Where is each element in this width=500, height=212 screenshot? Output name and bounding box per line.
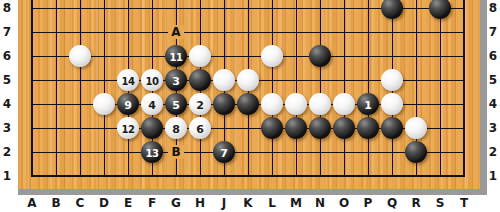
coord-label-col-R: R <box>407 196 425 210</box>
go-stone-black-J2[interactable]: 7 <box>213 141 235 163</box>
coord-label-row-5-left: 5 <box>0 73 14 87</box>
grid-line-col-L <box>272 0 273 177</box>
move-number: 7 <box>220 147 228 160</box>
grid-line-col-B <box>56 0 57 177</box>
coord-label-col-J: J <box>215 196 233 210</box>
go-stone-white-K5[interactable] <box>237 69 259 91</box>
go-stone-white-H6[interactable] <box>189 45 211 67</box>
coord-label-row-3-right: 3 <box>486 121 500 135</box>
go-stone-white-L4[interactable] <box>261 93 283 115</box>
go-stone-white-R3[interactable] <box>405 117 427 139</box>
go-stone-black-G6[interactable]: 11 <box>165 45 187 67</box>
coord-label-col-L: L <box>263 196 281 210</box>
coord-label-row-5-right: 5 <box>486 73 500 87</box>
coord-label-col-F: F <box>143 196 161 210</box>
move-number: 14 <box>122 76 135 87</box>
grid-line-row-6 <box>31 56 465 57</box>
move-number: 6 <box>196 123 204 136</box>
go-stone-black-N3[interactable] <box>309 117 331 139</box>
move-number: 3 <box>172 75 180 88</box>
coord-label-row-8-right: 8 <box>486 1 500 15</box>
coord-label-col-G: G <box>167 196 185 210</box>
move-number: 11 <box>170 52 183 63</box>
go-stone-black-G4[interactable]: 5 <box>165 93 187 115</box>
coord-label-row-7-right: 7 <box>486 25 500 39</box>
coord-label-row-1-right: 1 <box>486 169 500 183</box>
move-number: 10 <box>146 76 159 87</box>
coord-label-col-B: B <box>47 196 65 210</box>
coord-label-col-K: K <box>239 196 257 210</box>
move-number: 1 <box>364 99 372 112</box>
go-stone-black-J4[interactable] <box>213 93 235 115</box>
grid-line-row-1 <box>31 175 465 177</box>
point-marker-A: A <box>168 25 184 39</box>
coord-label-row-2-right: 2 <box>486 145 500 159</box>
go-stone-white-Q5[interactable] <box>381 69 403 91</box>
go-stone-black-O3[interactable] <box>333 117 355 139</box>
move-number: 5 <box>172 99 180 112</box>
coord-label-col-O: O <box>335 196 353 210</box>
go-stone-white-F5[interactable]: 10 <box>141 69 163 91</box>
go-stone-black-M3[interactable] <box>285 117 307 139</box>
coord-label-col-D: D <box>95 196 113 210</box>
go-stone-white-E5[interactable]: 14 <box>117 69 139 91</box>
go-stone-white-D4[interactable] <box>93 93 115 115</box>
go-diagram: 1114103945211286137ABABCDEFGHJKLMNOPQRST… <box>0 0 500 212</box>
go-stone-white-H4[interactable]: 2 <box>189 93 211 115</box>
point-marker-B: B <box>168 145 184 159</box>
go-stone-black-G5[interactable]: 3 <box>165 69 187 91</box>
move-number: 12 <box>122 124 135 135</box>
go-stone-white-J5[interactable] <box>213 69 235 91</box>
coord-label-row-1-left: 1 <box>0 169 14 183</box>
coord-label-col-H: H <box>191 196 209 210</box>
coord-label-row-6-left: 6 <box>0 49 14 63</box>
coord-label-col-C: C <box>71 196 89 210</box>
coord-label-col-N: N <box>311 196 329 210</box>
coord-label-col-T: T <box>455 196 473 210</box>
grid-line-col-C <box>80 0 81 177</box>
grid-line-row-2 <box>31 152 465 153</box>
go-stone-white-Q4[interactable] <box>381 93 403 115</box>
go-stone-white-G3[interactable]: 8 <box>165 117 187 139</box>
go-stone-black-R2[interactable] <box>405 141 427 163</box>
go-stone-black-K4[interactable] <box>237 93 259 115</box>
go-stone-black-F2[interactable]: 13 <box>141 141 163 163</box>
grid-line-col-N <box>320 0 321 177</box>
grid-line-col-A <box>31 0 33 177</box>
coord-label-col-Q: Q <box>383 196 401 210</box>
go-stone-white-N4[interactable] <box>309 93 331 115</box>
grid-line-col-O <box>344 0 345 177</box>
coord-label-row-3-left: 3 <box>0 121 14 135</box>
go-stone-black-L3[interactable] <box>261 117 283 139</box>
go-stone-white-H3[interactable]: 6 <box>189 117 211 139</box>
coord-label-col-M: M <box>287 196 305 210</box>
go-stone-black-P4[interactable]: 1 <box>357 93 379 115</box>
go-stone-white-E3[interactable]: 12 <box>117 117 139 139</box>
go-stone-black-E4[interactable]: 9 <box>117 93 139 115</box>
move-number: 2 <box>196 99 204 112</box>
coord-label-col-P: P <box>359 196 377 210</box>
coord-label-col-A: A <box>23 196 41 210</box>
go-stone-white-L6[interactable] <box>261 45 283 67</box>
grid-line-row-7 <box>31 32 465 33</box>
go-stone-black-P3[interactable] <box>357 117 379 139</box>
coord-label-row-7-left: 7 <box>0 25 14 39</box>
go-stone-black-H5[interactable] <box>189 69 211 91</box>
go-stone-white-C6[interactable] <box>69 45 91 67</box>
grid-line-col-T <box>463 0 465 177</box>
coord-label-row-6-right: 6 <box>486 49 500 63</box>
grid-line-col-P <box>368 0 369 177</box>
go-stone-white-F4[interactable]: 4 <box>141 93 163 115</box>
go-stone-black-N6[interactable] <box>309 45 331 67</box>
go-stone-white-M4[interactable] <box>285 93 307 115</box>
move-number: 13 <box>146 148 159 159</box>
move-number: 9 <box>124 99 132 112</box>
coord-label-col-E: E <box>119 196 137 210</box>
coord-label-row-2-left: 2 <box>0 145 14 159</box>
grid-line-col-M <box>296 0 297 177</box>
grid-line-col-S <box>440 0 441 177</box>
go-stone-white-O4[interactable] <box>333 93 355 115</box>
grid-line-col-D <box>104 0 105 177</box>
go-stone-black-F3[interactable] <box>141 117 163 139</box>
coord-label-row-8-left: 8 <box>0 1 14 15</box>
move-number: 4 <box>148 99 156 112</box>
move-number: 8 <box>172 123 180 136</box>
go-stone-black-Q3[interactable] <box>381 117 403 139</box>
coord-label-col-S: S <box>431 196 449 210</box>
coord-label-row-4-left: 4 <box>0 97 14 111</box>
coord-label-row-4-right: 4 <box>486 97 500 111</box>
